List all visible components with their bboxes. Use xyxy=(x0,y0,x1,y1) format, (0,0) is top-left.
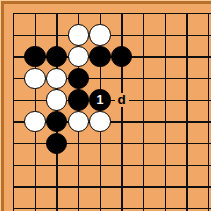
stone-black xyxy=(46,46,67,67)
stone-white xyxy=(24,111,45,132)
stone-white xyxy=(68,111,89,132)
intersections-grid: 1d xyxy=(3,3,211,211)
stone-black-move-1: 1 xyxy=(89,89,110,110)
board-edge-highlight-left xyxy=(0,0,1,211)
board-edge-highlight-top xyxy=(0,0,211,1)
stone-black xyxy=(68,68,89,89)
stone-white xyxy=(46,89,67,110)
stone-white xyxy=(89,24,110,45)
stone-black xyxy=(24,46,45,67)
stone-white xyxy=(68,46,89,67)
stone-black xyxy=(46,133,67,154)
stone-black xyxy=(111,46,132,67)
stone-white xyxy=(68,24,89,45)
go-board: 1d xyxy=(0,0,211,211)
stone-white xyxy=(24,68,45,89)
label-d: d xyxy=(115,93,129,107)
stone-white xyxy=(89,111,110,132)
stone-black xyxy=(68,89,89,110)
stone-black xyxy=(46,111,67,132)
stone-white xyxy=(46,68,67,89)
stone-black xyxy=(89,46,110,67)
